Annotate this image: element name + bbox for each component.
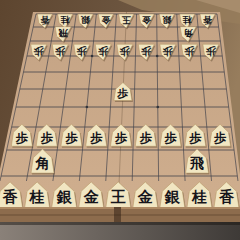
piece-kanji: 角 [35,155,50,171]
piece-kanji: 桂 [29,188,45,206]
piece-kanji: 王 [110,188,126,206]
piece-kanji: 歩 [213,130,227,145]
shogi-photo: 香桂銀金玉金銀桂香飛角歩歩歩歩歩歩歩歩歩歩歩歩歩歩歩歩歩歩歩角飛香桂銀金王金銀桂… [0,0,240,240]
piece-kanji: 金 [83,188,100,206]
piece-kanji: 桂 [191,188,207,206]
piece-kanji: 歩 [97,46,109,57]
piece-kanji: 歩 [89,130,103,145]
piece-kanji: 香 [202,15,213,25]
piece-kanji: 歩 [76,46,88,57]
piece-kanji: 歩 [162,46,174,57]
piece-kanji: 金 [137,188,154,206]
piece-kanji: 金 [141,15,152,25]
piece-kanji: 歩 [205,46,217,57]
piece-kanji: 香 [39,15,50,25]
piece-kanji: 香 [218,188,235,206]
piece-kanji: 歩 [15,130,29,145]
piece-kanji: 歩 [119,46,131,57]
piece-kanji: 桂 [60,15,71,25]
piece-kanji: 玉 [122,15,131,25]
piece-kanji: 歩 [54,46,66,57]
piece-kanji: 歩 [114,130,128,145]
piece-kanji: 香 [2,188,19,206]
piece-kanji: 飛 [189,155,204,171]
piece-kanji: 金 [100,15,111,25]
piece-kanji: 歩 [64,130,78,145]
piece-kanji: 歩 [39,130,53,145]
piece-kanji: 飛 [58,28,69,39]
piece-kanji: 歩 [163,130,177,145]
piece-kanji: 銀 [161,15,172,25]
piece-kanji: 歩 [188,130,202,145]
shogi-scene: 香桂銀金玉金銀桂香飛角歩歩歩歩歩歩歩歩歩歩歩歩歩歩歩歩歩歩歩角飛香桂銀金王金銀桂… [0,0,240,240]
piece-kanji: 歩 [140,46,152,57]
piece-kanji: 歩 [138,130,152,145]
board-shadow [0,222,240,225]
piece-kanji: 歩 [33,46,45,57]
piece-kanji: 歩 [116,87,128,100]
piece-kanji: 桂 [182,15,193,25]
piece-kanji: 歩 [183,46,195,57]
piece-kanji: 銀 [56,188,73,206]
piece-kanji: 銀 [80,15,91,25]
piece-kanji: 銀 [164,188,181,206]
piece-kanji: 角 [183,28,194,39]
